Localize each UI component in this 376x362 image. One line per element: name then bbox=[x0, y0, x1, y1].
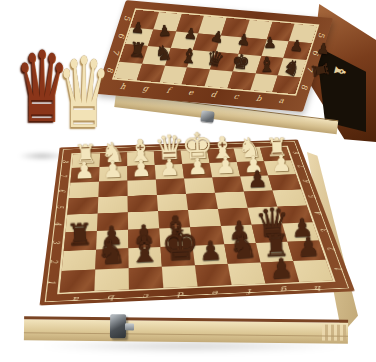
tray-piece-dark-pawn[interactable]: ♟ bbox=[183, 26, 198, 42]
tray-piece-dark-knight[interactable]: ♞ bbox=[280, 54, 306, 80]
folded-board-clasp bbox=[200, 110, 214, 123]
tray-piece-dark-rook[interactable]: ♜ bbox=[128, 39, 148, 61]
piece-dark-bishop[interactable]: ♝ bbox=[127, 230, 162, 268]
board-box-front-edge bbox=[24, 316, 348, 343]
square-b5[interactable] bbox=[98, 196, 128, 214]
file-label-f: f bbox=[232, 285, 268, 296]
square-c5[interactable] bbox=[128, 195, 158, 212]
square-e2[interactable]: ♟ bbox=[192, 244, 227, 265]
square-c6[interactable] bbox=[127, 180, 156, 196]
square-f6[interactable] bbox=[212, 176, 244, 192]
folded-file-label-a: a bbox=[267, 95, 294, 110]
board-clasp[interactable] bbox=[110, 314, 126, 338]
square-c7[interactable]: ♟ bbox=[127, 165, 156, 181]
piece-dark-pawn[interactable]: ♟ bbox=[194, 237, 228, 265]
square-b6[interactable] bbox=[98, 181, 127, 198]
file-label-a: a bbox=[59, 293, 95, 304]
file-label-g: g bbox=[266, 283, 303, 294]
square-e7[interactable]: ♟ bbox=[182, 163, 212, 178]
tray-piece-dark-pawn[interactable]: ♟ bbox=[236, 32, 251, 48]
tray-piece-dark-king[interactable]: ♚ bbox=[231, 51, 251, 73]
square-e1[interactable] bbox=[195, 264, 232, 286]
rank-label-6: 6 bbox=[291, 178, 321, 186]
file-label-b: b bbox=[94, 291, 129, 302]
square-e5[interactable] bbox=[186, 193, 218, 210]
square-b1[interactable] bbox=[94, 268, 129, 291]
square-d1[interactable] bbox=[162, 265, 198, 288]
tray-piece-dark-queen[interactable]: ♛ bbox=[204, 47, 226, 71]
tray-piece-dark-knight[interactable]: ♞ bbox=[154, 42, 173, 63]
tray-piece-dark-pawn[interactable]: ♟ bbox=[263, 36, 277, 51]
folded-rank-label-6: 6 bbox=[111, 29, 132, 41]
rank-label-6: 6 bbox=[46, 187, 76, 195]
square-b7[interactable]: ♟ bbox=[99, 166, 127, 182]
display-piece-light-queen: ♛ bbox=[56, 44, 112, 142]
piece-light-pawn[interactable]: ♟ bbox=[127, 157, 156, 181]
file-label-c: c bbox=[129, 289, 164, 300]
square-d7[interactable]: ♟ bbox=[155, 164, 184, 179]
folded-rank-label-8: 8 bbox=[294, 80, 315, 92]
square-c1[interactable] bbox=[129, 267, 164, 290]
square-h1[interactable] bbox=[293, 260, 333, 282]
piece-dark-king[interactable]: ♚ bbox=[160, 222, 195, 266]
square-a1[interactable] bbox=[60, 270, 96, 293]
main-board-scene: ♜♞♝♛♚♝♞♜♟♟♟♟♟♟♟♟♟♜♟♟♝♟♛♟♞♝♚♟♞♜♟♟ abcdefg… bbox=[12, 118, 364, 360]
main-chess-board: ♜♞♝♛♚♝♞♜♟♟♟♟♟♟♟♟♟♜♟♟♝♟♛♟♞♝♚♟♞♜♟♟ abcdefg… bbox=[39, 139, 355, 305]
square-c2[interactable]: ♝ bbox=[128, 247, 161, 268]
square-g6[interactable]: ♟ bbox=[240, 175, 272, 191]
square-f5[interactable] bbox=[215, 192, 248, 209]
rank-label-7: 7 bbox=[286, 163, 316, 170]
rank-label-5: 5 bbox=[296, 193, 327, 201]
tray-piece-dark-pawn[interactable]: ♟ bbox=[209, 28, 226, 46]
finger-joint-corner bbox=[322, 324, 346, 340]
piece-light-pawn[interactable]: ♟ bbox=[183, 155, 212, 179]
square-f1[interactable] bbox=[228, 263, 266, 285]
piece-dark-rook[interactable]: ♜ bbox=[63, 220, 97, 251]
piece-light-pawn[interactable]: ♟ bbox=[155, 156, 184, 180]
square-f7[interactable]: ♟ bbox=[210, 162, 241, 177]
tray-piece-dark-pawn[interactable]: ♟ bbox=[316, 41, 331, 57]
piece-dark-knight[interactable]: ♞ bbox=[226, 230, 260, 264]
square-e6[interactable] bbox=[184, 177, 215, 193]
tray-piece-dark-pawn[interactable]: ♟ bbox=[157, 23, 171, 39]
tray-piece-dark-pawn[interactable]: ♟ bbox=[130, 20, 145, 36]
product-photo-stage: ♝ hgfedcba 5678 5678 ♟♟♟♟♟♟♟♟♜♞♝♛♚♝♞♜ ♛ … bbox=[0, 0, 376, 362]
tray-piece-dark-bishop[interactable]: ♝ bbox=[258, 54, 276, 74]
square-a2[interactable] bbox=[62, 250, 96, 271]
square-d6[interactable] bbox=[156, 178, 186, 194]
piece-dark-knight[interactable]: ♞ bbox=[94, 235, 129, 270]
rank-label-8: 8 bbox=[51, 158, 79, 165]
rank-label-8: 8 bbox=[282, 150, 311, 157]
square-d2[interactable]: ♚ bbox=[160, 246, 194, 267]
piece-light-pawn[interactable]: ♟ bbox=[211, 154, 240, 177]
tray-piece-dark-bishop[interactable]: ♝ bbox=[179, 45, 199, 67]
piece-light-pawn[interactable]: ♟ bbox=[98, 158, 127, 182]
piece-dark-pawn[interactable]: ♟ bbox=[264, 254, 299, 283]
file-label-e: e bbox=[198, 286, 234, 297]
rank-label-7: 7 bbox=[49, 172, 78, 179]
square-g1[interactable]: ♟ bbox=[261, 261, 300, 283]
file-label-h: h bbox=[300, 282, 337, 293]
rank-label-5: 5 bbox=[44, 203, 75, 211]
piece-dark-pawn[interactable]: ♟ bbox=[243, 167, 273, 191]
file-label-d: d bbox=[163, 288, 199, 299]
square-f2[interactable]: ♞ bbox=[224, 243, 260, 264]
square-b2[interactable]: ♞ bbox=[95, 248, 128, 269]
clasp-catch-plate bbox=[125, 323, 134, 330]
square-a3[interactable]: ♜ bbox=[64, 231, 97, 251]
